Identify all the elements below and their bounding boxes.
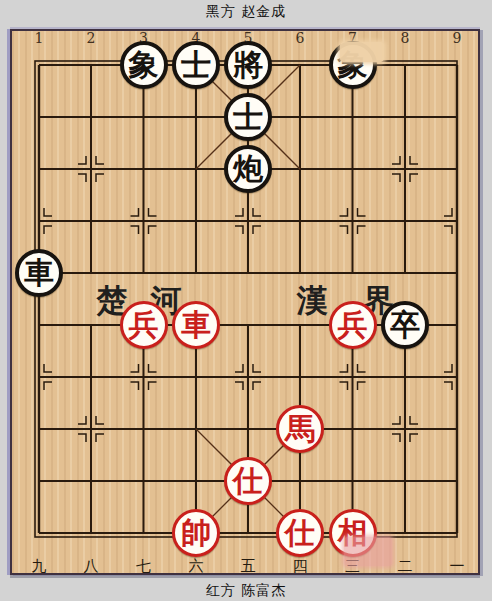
file-label-bottom-6: 四 [293,557,308,576]
file-label-top-2: 2 [87,30,96,46]
file-label-bottom-1: 九 [32,557,47,576]
file-label-bottom-5: 五 [241,557,256,576]
river-char-3: 漢 [297,280,328,322]
pink-smudge [344,537,392,566]
file-label-top-1: 1 [35,30,44,46]
file-label-bottom-2: 八 [84,557,99,576]
piece-black-將-file5-rank0[interactable]: 將 [224,41,272,89]
file-label-top-9: 9 [453,30,462,46]
file-label-top-8: 8 [401,30,410,46]
file-label-bottom-3: 七 [136,557,151,576]
piece-black-士-file5-rank1[interactable]: 士 [224,93,272,141]
file-label-bottom-8: 二 [398,557,413,576]
piece-black-卒-file8-rank5[interactable]: 卒 [381,301,429,349]
piece-black-車-file1-rank4[interactable]: 車 [15,249,63,297]
piece-red-車-file4-rank5[interactable]: 車 [172,301,220,349]
piece-red-兵-file7-rank5[interactable]: 兵 [329,301,377,349]
file-label-top-6: 6 [296,30,305,46]
piece-red-兵-file3-rank5[interactable]: 兵 [120,301,168,349]
piece-red-仕-file5-rank8[interactable]: 仕 [224,457,272,505]
piece-red-仕-file6-rank9[interactable]: 仕 [276,509,324,557]
red-player-label: 红方 陈富杰 [0,582,492,600]
piece-red-帥-file4-rank9[interactable]: 帥 [172,509,220,557]
file-label-bottom-4: 六 [189,557,204,576]
piece-black-炮-file5-rank2[interactable]: 炮 [224,145,272,193]
xiangqi-app: 黑方 赵金成 123456789 九八七六五四三二一 楚河漢界 象士將象士炮車卒… [0,0,492,601]
piece-red-馬-file6-rank7[interactable]: 馬 [276,405,324,453]
black-player-label: 黑方 赵金成 [0,3,492,21]
piece-black-士-file4-rank0[interactable]: 士 [172,41,220,89]
file-label-bottom-9: 一 [450,557,465,576]
piece-black-象-file3-rank0[interactable]: 象 [120,41,168,89]
tan-smudge [340,42,384,62]
